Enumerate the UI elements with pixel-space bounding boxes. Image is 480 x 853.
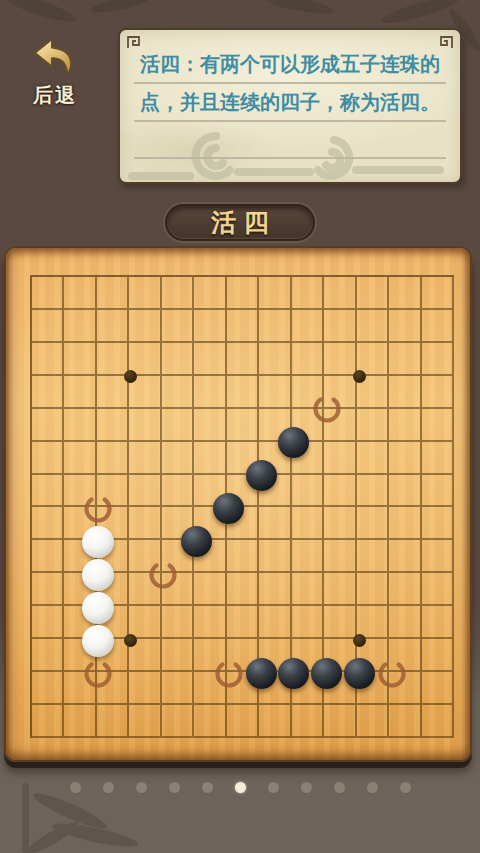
page-dot-3[interactable] <box>136 782 147 793</box>
black-stone <box>181 526 212 557</box>
section-banner: 活四 <box>165 204 315 241</box>
white-stone <box>82 559 114 591</box>
tutorial-text-line-1: 活四：有两个可以形成五子连珠的 <box>134 46 446 84</box>
tutorial-text-line-2: 点，并且连续的四子，称为活四。 <box>134 84 446 122</box>
back-button[interactable]: 后退 <box>16 36 94 114</box>
win-point-marker-icon <box>312 394 342 424</box>
win-point-marker-icon <box>83 659 113 689</box>
piece-layer <box>33 277 457 740</box>
pagination <box>0 780 480 794</box>
star-point <box>353 634 366 647</box>
page-dot-6[interactable] <box>235 782 246 793</box>
star-point <box>124 370 137 383</box>
page-dot-5[interactable] <box>202 782 213 793</box>
black-stone <box>278 658 309 689</box>
back-arrow-icon <box>32 36 78 78</box>
corner-spiral-icon <box>126 35 141 50</box>
black-stone <box>278 427 309 458</box>
win-point-marker-icon <box>214 659 244 689</box>
page-dot-11[interactable] <box>400 782 411 793</box>
star-point <box>124 634 137 647</box>
win-point-marker-icon <box>148 560 178 590</box>
tutorial-panel: 活四：有两个可以形成五子连珠的 点，并且连续的四子，称为活四。 <box>118 28 462 184</box>
white-stone <box>82 526 114 558</box>
star-point <box>353 370 366 383</box>
black-stone <box>213 493 244 524</box>
page-dot-8[interactable] <box>301 782 312 793</box>
game-board <box>4 246 472 762</box>
black-stone <box>246 460 277 491</box>
cloud-watermark-icon <box>120 126 462 184</box>
page-dot-10[interactable] <box>367 782 378 793</box>
black-stone <box>246 658 277 689</box>
section-banner-title: 活四 <box>204 206 277 239</box>
black-stone <box>311 658 342 689</box>
app-screen: 后退 活四：有两个可以形成五子连珠的 点，并且连续的四子，称为活四。 活四 <box>0 0 480 853</box>
win-point-marker-icon <box>83 494 113 524</box>
page-dot-4[interactable] <box>169 782 180 793</box>
corner-spiral-icon <box>439 35 454 50</box>
white-stone <box>82 625 114 657</box>
win-point-marker-icon <box>377 659 407 689</box>
page-dot-1[interactable] <box>70 782 81 793</box>
page-dot-2[interactable] <box>103 782 114 793</box>
black-stone <box>344 658 375 689</box>
page-dot-9[interactable] <box>334 782 345 793</box>
white-stone <box>82 592 114 624</box>
page-dot-7[interactable] <box>268 782 279 793</box>
back-button-label: 后退 <box>33 82 77 109</box>
